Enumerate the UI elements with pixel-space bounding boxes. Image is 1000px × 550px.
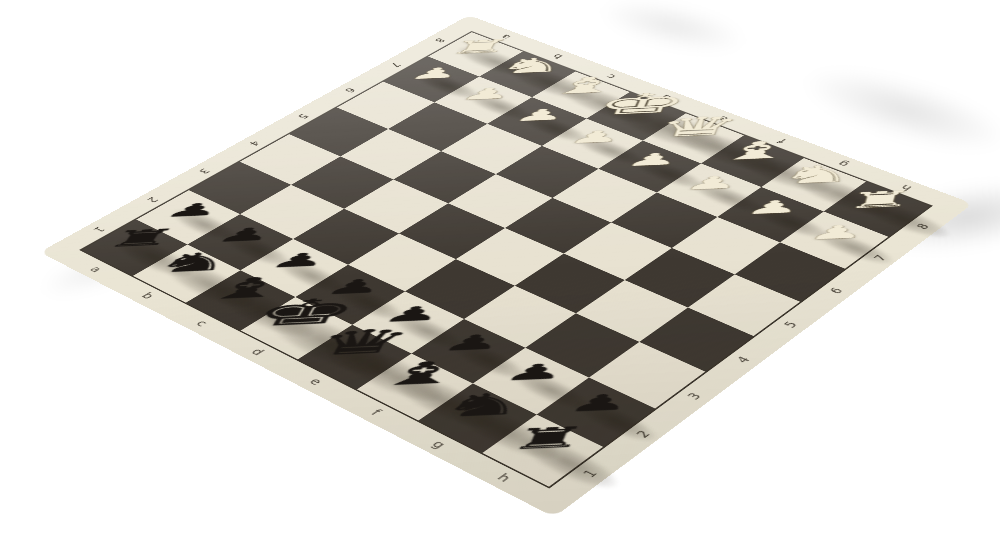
chess-set-photo: abcdefgh abcdefgh 87654321 87654321 ♜♞♝♚…	[0, 0, 1000, 550]
chess-board: abcdefgh abcdefgh 87654321 87654321 ♜♞♝♚…	[40, 15, 973, 517]
cast-shadow	[595, 0, 750, 61]
